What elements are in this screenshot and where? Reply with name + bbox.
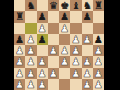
piece-white-pawn: ♟ — [49, 45, 58, 56]
piece-white-pawn: ♟ — [38, 68, 47, 79]
square-h6[interactable] — [93, 23, 104, 34]
square-c7[interactable]: ♟ — [37, 11, 48, 22]
square-e7[interactable]: ♟ — [59, 11, 70, 22]
square-c6[interactable]: ♟ — [37, 23, 48, 34]
square-d2[interactable]: ♟ — [48, 68, 59, 79]
piece-white-pawn: ♟ — [26, 56, 35, 67]
square-b1[interactable]: ♟ — [25, 79, 36, 90]
piece-black-pawn: ♟ — [15, 34, 24, 45]
square-c1[interactable]: ♟ — [37, 79, 48, 90]
square-b2[interactable]: ♟ — [25, 68, 36, 79]
square-a2[interactable]: ♟ — [14, 68, 25, 79]
square-c3[interactable]: ♟ — [37, 56, 48, 67]
square-f6[interactable] — [70, 23, 81, 34]
square-e6[interactable]: ♟ — [59, 23, 70, 34]
square-c4[interactable] — [37, 45, 48, 56]
square-h3[interactable]: ♟ — [93, 56, 104, 67]
square-h2[interactable]: ♟ — [93, 68, 104, 79]
piece-white-pawn: ♟ — [38, 56, 47, 67]
piece-black-pawn: ♟ — [38, 11, 47, 22]
piece-white-pawn: ♟ — [15, 45, 24, 56]
square-e5[interactable] — [59, 34, 70, 45]
square-g7[interactable]: ♟ — [82, 11, 93, 22]
square-d5[interactable] — [48, 34, 59, 45]
piece-black-queen: ♛ — [49, 0, 58, 11]
square-a7[interactable]: ♜ — [14, 11, 25, 22]
chess-board: ♞♛♚♝♞♜♜♟♟♟♟♟♟♟♟♟♟♟♟♟♟♟♟♟♟♟♟♟♟♟♟♟♟♟♟♟♟♟♟♟… — [14, 0, 104, 90]
square-a4[interactable]: ♟ — [14, 45, 25, 56]
piece-white-pawn: ♟ — [49, 68, 58, 79]
square-d8[interactable]: ♛ — [48, 0, 59, 11]
square-a1[interactable]: ♟ — [14, 79, 25, 90]
piece-black-bishop: ♝ — [71, 0, 80, 11]
piece-black-king: ♚ — [60, 0, 69, 11]
square-c8[interactable] — [37, 0, 48, 11]
square-c5[interactable]: ♟ — [37, 34, 48, 45]
piece-white-pawn: ♟ — [71, 45, 80, 56]
piece-white-pawn: ♟ — [71, 68, 80, 79]
piece-white-pawn: ♟ — [15, 68, 24, 79]
letterbox-right — [104, 0, 120, 90]
square-e3[interactable]: ♟ — [59, 56, 70, 67]
piece-white-pawn: ♟ — [83, 56, 92, 67]
square-e4[interactable]: ♟ — [59, 45, 70, 56]
piece-white-pawn: ♟ — [26, 79, 35, 90]
piece-white-pawn: ♟ — [15, 56, 24, 67]
piece-white-pawn: ♟ — [71, 56, 80, 67]
piece-white-pawn: ♟ — [83, 68, 92, 79]
piece-white-pawn: ♟ — [94, 68, 103, 79]
piece-black-knight: ♞ — [26, 0, 35, 11]
square-f8[interactable]: ♝ — [70, 0, 81, 11]
square-h5[interactable]: ♟ — [93, 34, 104, 45]
square-c2[interactable]: ♟ — [37, 68, 48, 79]
square-e8[interactable]: ♚ — [59, 0, 70, 11]
piece-white-pawn: ♟ — [83, 79, 92, 90]
square-f1[interactable] — [70, 79, 81, 90]
square-g6[interactable] — [82, 23, 93, 34]
piece-black-rook: ♜ — [15, 11, 24, 22]
square-e1[interactable] — [59, 79, 70, 90]
square-b3[interactable]: ♟ — [25, 56, 36, 67]
piece-black-pawn: ♟ — [83, 11, 92, 22]
piece-black-pawn: ♟ — [38, 34, 47, 45]
piece-white-pawn: ♟ — [94, 45, 103, 56]
square-f2[interactable]: ♟ — [70, 68, 81, 79]
square-d3[interactable] — [48, 56, 59, 67]
piece-white-pawn: ♟ — [71, 34, 80, 45]
piece-black-pawn: ♟ — [94, 34, 103, 45]
square-h8[interactable]: ♜ — [93, 0, 104, 11]
piece-black-knight: ♞ — [83, 0, 92, 11]
square-e2[interactable] — [59, 68, 70, 79]
square-f5[interactable]: ♟ — [70, 34, 81, 45]
square-g2[interactable]: ♟ — [82, 68, 93, 79]
square-a3[interactable]: ♟ — [14, 56, 25, 67]
piece-white-pawn: ♟ — [15, 79, 24, 90]
piece-white-pawn: ♟ — [38, 23, 47, 34]
piece-white-pawn: ♟ — [60, 23, 69, 34]
square-b4[interactable]: ♟ — [25, 45, 36, 56]
square-d7[interactable] — [48, 11, 59, 22]
piece-black-pawn: ♟ — [60, 11, 69, 22]
piece-white-pawn: ♟ — [60, 45, 69, 56]
square-h1[interactable]: ♟ — [93, 79, 104, 90]
piece-white-pawn: ♟ — [94, 56, 103, 67]
piece-white-pawn: ♟ — [38, 79, 47, 90]
square-b8[interactable]: ♞ — [25, 0, 36, 11]
piece-white-pawn: ♟ — [26, 34, 35, 45]
piece-black-rook: ♜ — [94, 0, 103, 11]
letterbox-left — [0, 0, 14, 90]
square-g5[interactable]: ♟ — [82, 34, 93, 45]
square-h7[interactable] — [93, 11, 104, 22]
square-d4[interactable]: ♟ — [48, 45, 59, 56]
square-b7[interactable] — [25, 11, 36, 22]
square-h4[interactable]: ♟ — [93, 45, 104, 56]
square-f4[interactable]: ♟ — [70, 45, 81, 56]
piece-white-pawn: ♟ — [26, 45, 35, 56]
square-d6[interactable] — [48, 23, 59, 34]
square-b5[interactable]: ♟ — [25, 34, 36, 45]
square-g1[interactable]: ♟ — [82, 79, 93, 90]
square-a6[interactable] — [14, 23, 25, 34]
piece-white-pawn: ♟ — [94, 79, 103, 90]
square-f3[interactable]: ♟ — [70, 56, 81, 67]
square-g8[interactable]: ♞ — [82, 0, 93, 11]
square-a8[interactable] — [14, 0, 25, 11]
square-a5[interactable]: ♟ — [14, 34, 25, 45]
square-f7[interactable] — [70, 11, 81, 22]
piece-white-pawn: ♟ — [83, 34, 92, 45]
square-g3[interactable]: ♟ — [82, 56, 93, 67]
video-frame: ♞♛♚♝♞♜♜♟♟♟♟♟♟♟♟♟♟♟♟♟♟♟♟♟♟♟♟♟♟♟♟♟♟♟♟♟♟♟♟♟… — [0, 0, 120, 90]
square-b6[interactable] — [25, 23, 36, 34]
piece-white-pawn: ♟ — [60, 56, 69, 67]
square-d1[interactable] — [48, 79, 59, 90]
square-g4[interactable] — [82, 45, 93, 56]
piece-white-pawn: ♟ — [26, 68, 35, 79]
